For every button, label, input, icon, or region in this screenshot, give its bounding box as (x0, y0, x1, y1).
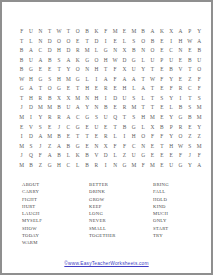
grid-cell: K (92, 27, 101, 37)
grid-cell: A (26, 84, 35, 94)
grid-cell: N (176, 46, 185, 56)
word-list-item: HURT (22, 203, 42, 210)
grid-cell: P (157, 56, 166, 66)
grid-cell: F (176, 151, 185, 161)
word-list-item: LONG (89, 210, 116, 217)
grid-cell: G (82, 113, 91, 123)
grid-cell: Z (120, 151, 129, 161)
grid-cell: U (195, 56, 204, 66)
grid-cell: E (64, 132, 73, 142)
grid-cell: B (101, 103, 110, 113)
grid-cell: F (110, 65, 119, 75)
grid-cell: S (26, 142, 35, 152)
grid-cell: G (73, 75, 82, 85)
grid-cell: E (185, 46, 194, 56)
grid-cell: H (54, 46, 63, 56)
grid-cell: L (64, 151, 73, 161)
word-list-item: LAUGH (22, 210, 42, 217)
footer: ©www.EasyTeacherWorksheets.com (2, 251, 211, 269)
grid-cell: G (176, 161, 185, 171)
grid-cell: M (17, 161, 26, 171)
grid-cell: Y (167, 75, 176, 85)
word-list-column-3: BRINGFALLHOLDKINDMUCHONLYSTARTTRY (153, 181, 169, 239)
grid-cell: W (148, 75, 157, 85)
grid-cell: B (17, 46, 26, 56)
word-list: ABOUTCARRYFIGHTHURTLAUGHMYSELFSHOWTODAYW… (2, 181, 213, 247)
grid-cell: V (92, 151, 101, 161)
grid-cell: G (176, 113, 185, 123)
grid-cell: F (195, 151, 204, 161)
grid-cell: E (45, 122, 54, 132)
grid-cell: S (185, 142, 194, 152)
grid-cell: Q (26, 151, 35, 161)
grid-cell: X (64, 94, 73, 104)
grid-cell: U (26, 27, 35, 37)
grid-cell: C (129, 142, 138, 152)
grid-cell: Z (45, 142, 54, 152)
grid-cell: H (176, 37, 185, 47)
grid-cell: M (129, 161, 138, 171)
grid-cell: G (73, 142, 82, 152)
grid-cell: Y (82, 103, 91, 113)
grid-cell: E (157, 103, 166, 113)
grid-cell: A (64, 56, 73, 66)
grid-cell: E (36, 65, 45, 75)
grid-cell: I (120, 132, 129, 142)
grid-cell: H (26, 75, 35, 85)
grid-cell: Y (185, 161, 194, 171)
grid-cell: I (101, 94, 110, 104)
grid-cell: G (36, 75, 45, 85)
grid-cell: G (26, 65, 35, 75)
grid-cell: I (92, 75, 101, 85)
word-list-item: KIND (153, 203, 169, 210)
grid-cell: E (82, 142, 91, 152)
word-list-item: KEEP (89, 203, 116, 210)
grid-cell: L (92, 46, 101, 56)
grid-cell: B (157, 122, 166, 132)
grid-cell: G (129, 122, 138, 132)
grid-cell: D (92, 37, 101, 47)
grid-cell: F (195, 75, 204, 85)
grid-cell: T (101, 65, 110, 75)
grid-cell: U (101, 113, 110, 123)
grid-cell: T (138, 103, 147, 113)
grid-cell: A (36, 132, 45, 142)
grid-cell: T (148, 84, 157, 94)
grid-cell: J (54, 122, 63, 132)
grid-cell: E (176, 56, 185, 66)
grid-cell: N (36, 37, 45, 47)
grid-cell: Z (195, 132, 204, 142)
word-list-item: FIGHT (22, 196, 42, 203)
grid-cell: E (148, 142, 157, 152)
grid-cell: G (101, 46, 110, 56)
grid-cell: F (148, 132, 157, 142)
grid-cell: E (157, 161, 166, 171)
grid-cell: B (45, 56, 54, 66)
grid-cell: L (110, 151, 119, 161)
grid-cell: S (129, 94, 138, 104)
grid-cell: V (26, 122, 35, 132)
grid-cell: M (195, 103, 204, 113)
grid-cell: Y (167, 94, 176, 104)
grid-cell: G (17, 84, 26, 94)
grid-cell: E (167, 151, 176, 161)
grid-cell: T (148, 94, 157, 104)
grid-cell: K (73, 56, 82, 66)
grid-cell: E (101, 122, 110, 132)
grid-cell: B (195, 46, 204, 56)
grid-cell: I (101, 161, 110, 171)
grid-cell: T (54, 65, 63, 75)
grid-cell: O (195, 65, 204, 75)
grid-cell: F (17, 27, 26, 37)
grid-cell: E (92, 84, 101, 94)
grid-cell: B (148, 37, 157, 47)
grid-cell: I (26, 113, 35, 123)
grid-cell: Y (36, 113, 45, 123)
grid-cell: F (157, 75, 166, 85)
grid-cell: B (54, 132, 63, 142)
grid-cell: J (36, 142, 45, 152)
grid-cell: E (45, 65, 54, 75)
grid-cell: E (110, 84, 119, 94)
word-list-item: FALL (153, 188, 169, 195)
word-search-grid: FUNTWTOBKFMEMBAKXAPYTLNDOOETDIELSOBEIHWA… (17, 27, 204, 170)
grid-cell: H (167, 142, 176, 152)
grid-cell: L (120, 37, 129, 47)
grid-cell: L (138, 94, 147, 104)
grid-cell: H (54, 75, 63, 85)
grid-cell: C (167, 46, 176, 56)
grid-cell: D (45, 46, 54, 56)
grid-cell: R (45, 113, 54, 123)
word-list-item: START (153, 225, 169, 232)
grid-cell: I (176, 94, 185, 104)
grid-cell: B (185, 113, 194, 123)
grid-cell: F (195, 84, 204, 94)
word-list-item: SHOW (22, 225, 42, 232)
grid-cell: E (157, 46, 166, 56)
grid-cell: O (54, 37, 63, 47)
grid-cell: B (176, 103, 185, 113)
grid-cell: M (82, 46, 91, 56)
word-list-item: TRY (153, 232, 169, 239)
grid-cell: J (185, 151, 194, 161)
grid-cell: H (92, 65, 101, 75)
grid-cell: B (54, 103, 63, 113)
grid-cell: M (17, 142, 26, 152)
grid-cell: M (17, 113, 26, 123)
grid-cell: W (185, 37, 194, 47)
grid-cell: L (82, 75, 91, 85)
grid-cell: E (82, 122, 91, 132)
grid-cell: M (45, 103, 54, 113)
word-list-item: ONLY (153, 217, 169, 224)
grid-cell: Z (185, 132, 194, 142)
grid-cell: R (73, 46, 82, 56)
grid-cell: T (64, 27, 73, 37)
grid-cell: Y (195, 122, 204, 132)
grid-cell: I (101, 37, 110, 47)
grid-cell: G (82, 56, 91, 66)
grid-cell: R (101, 84, 110, 94)
grid-cell: T (185, 94, 194, 104)
grid-cell: N (110, 161, 119, 171)
grid-cell: R (36, 94, 45, 104)
grid-cell: E (176, 75, 185, 85)
word-list-item: SMALL (89, 225, 116, 232)
grid-cell: U (64, 103, 73, 113)
word-list-item: ABOUT (22, 181, 42, 188)
grid-cell: E (110, 37, 119, 47)
grid-cell: F (120, 142, 129, 152)
grid-cell: G (120, 161, 129, 171)
grid-cell: U (167, 56, 176, 66)
grid-cell: W (17, 75, 26, 85)
grid-cell: R (101, 132, 110, 142)
grid-cell: H (54, 161, 63, 171)
grid-cell: T (120, 113, 129, 123)
grid-cell: F (110, 75, 119, 85)
grid-cell: J (17, 151, 26, 161)
grid-cell: E (148, 151, 157, 161)
grid-cell: H (101, 56, 110, 66)
grid-cell: O (138, 37, 147, 47)
grid-cell: T (138, 75, 147, 85)
grid-cell: O (176, 132, 185, 142)
grid-cell: H (120, 84, 129, 94)
grid-cell: D (110, 94, 119, 104)
grid-cell: T (73, 132, 82, 142)
grid-cell: T (73, 84, 82, 94)
grid-cell: G (138, 151, 147, 161)
grid-cell: S (185, 103, 194, 113)
grid-cell: A (120, 75, 129, 85)
grid-cell: R (92, 161, 101, 171)
grid-cell: U (120, 94, 129, 104)
grid-cell: U (129, 151, 138, 161)
grid-cell: E (157, 84, 166, 94)
grid-cell: N (82, 94, 91, 104)
grid-cell: U (26, 56, 35, 66)
grid-cell: A (195, 161, 204, 171)
grid-cell: C (64, 161, 73, 171)
grid-cell: H (26, 94, 35, 104)
grid-cell: D (26, 103, 35, 113)
grid-cell: B (45, 94, 54, 104)
word-list-item: DRINK (89, 188, 116, 195)
grid-cell: B (167, 65, 176, 75)
grid-cell: F (167, 84, 176, 94)
grid-cell: O (73, 65, 82, 75)
grid-cell: B (82, 27, 91, 37)
grid-cell: Z (185, 75, 194, 85)
grid-cell: A (148, 27, 157, 37)
grid-cell: N (36, 27, 45, 37)
grid-cell: T (157, 142, 166, 152)
grid-cell: P (167, 122, 176, 132)
grid-cell: O (64, 37, 73, 47)
grid-cell: I (17, 132, 26, 142)
word-list-column-2: BETTERDRINKGROWKEEPLONGNEVERSMALLTOGETHE… (89, 181, 116, 239)
grid-cell: A (73, 103, 82, 113)
grid-cell: T (148, 103, 157, 113)
grid-cell: N (82, 65, 91, 75)
grid-cell: Y (167, 132, 176, 142)
word-list-item: TOGETHER (89, 232, 116, 239)
word-list-item: WARM (22, 239, 42, 246)
grid-cell: O (148, 46, 157, 56)
grid-cell: A (54, 142, 63, 152)
word-list-item: TODAY (22, 232, 42, 239)
grid-cell: G (73, 122, 82, 132)
grid-cell: D (101, 151, 110, 161)
grid-cell: B (82, 151, 91, 161)
grid-cell: C (73, 113, 82, 123)
grid-cell: O (138, 132, 147, 142)
grid-cell: S (129, 113, 138, 123)
grid-cell: Y (167, 113, 176, 123)
grid-cell: B (138, 27, 147, 37)
grid-cell: V (176, 65, 185, 75)
grid-cell: F (138, 161, 147, 171)
grid-cell: T (110, 122, 119, 132)
word-list-item: MUCH (153, 210, 169, 217)
grid-cell: R (176, 84, 185, 94)
grid-cell: H (129, 132, 138, 142)
grid-cell: X (120, 46, 129, 56)
grid-cell: Y (195, 27, 204, 37)
grid-cell: S (129, 37, 138, 47)
grid-cell: F (110, 142, 119, 152)
word-list-column-1: ABOUTCARRYFIGHTHURTLAUGHMYSELFSHOWTODAYW… (22, 181, 42, 247)
grid-cell: E (120, 27, 129, 37)
grid-cell: M (73, 94, 82, 104)
grid-cell: Y (64, 65, 73, 75)
grid-cell: D (26, 132, 35, 142)
grid-cell: X (167, 27, 176, 37)
grid-cell: W (54, 27, 63, 37)
grid-cell: E (157, 65, 166, 75)
website-link[interactable]: ©www.EasyTeacherWorksheets.com (64, 261, 148, 266)
grid-cell: U (148, 56, 157, 66)
grid-cell: E (157, 151, 166, 161)
grid-cell: M (195, 113, 204, 123)
grid-cell: A (195, 37, 204, 47)
grid-cell: M (195, 142, 204, 152)
grid-cell: B (54, 151, 63, 161)
grid-cell: T (17, 94, 26, 104)
grid-cell: M (64, 75, 73, 85)
grid-cell: A (176, 27, 185, 37)
grid-cell: M (148, 113, 157, 123)
grid-cell: R (120, 103, 129, 113)
grid-cell: B (64, 142, 73, 152)
grid-cell: G (54, 84, 63, 94)
grid-cell: H (138, 113, 147, 123)
word-list-item: NEVER (89, 217, 116, 224)
grid-cell: E (157, 113, 166, 123)
grid-cell: A (64, 113, 73, 123)
grid-cell: S (54, 56, 63, 66)
grid-cell: M (129, 103, 138, 113)
grid-cell: X (54, 94, 63, 104)
grid-cell: S (36, 122, 45, 132)
grid-cell: A (138, 84, 147, 94)
grid-cell: K (73, 151, 82, 161)
grid-cell: W (176, 142, 185, 152)
grid-cell: U (92, 122, 101, 132)
grid-cell: C (185, 84, 194, 94)
grid-cell: S (92, 113, 101, 123)
word-list-item: BETTER (89, 181, 116, 188)
grid-cell: N (138, 142, 147, 152)
grid-cell: F (157, 132, 166, 142)
grid-cell: T (17, 37, 26, 47)
grid-cell: W (110, 56, 119, 66)
grid-cell: E (110, 103, 119, 113)
grid-cell: R (54, 113, 63, 123)
grid-cell: R (176, 122, 185, 132)
grid-cell: Q (110, 113, 119, 123)
grid-cell: E (92, 132, 101, 142)
grid-cell: H (82, 84, 91, 94)
grid-cell: B (129, 46, 138, 56)
grid-cell: U (167, 161, 176, 171)
word-list-item: BRING (153, 181, 169, 188)
grid-cell: C (64, 122, 73, 132)
grid-cell: E (17, 122, 26, 132)
grid-cell: Y (138, 65, 147, 75)
grid-cell: A (129, 75, 138, 85)
grid-cell: O (92, 56, 101, 66)
grid-cell: K (157, 27, 166, 37)
grid-cell: N (92, 142, 101, 152)
grid-cell: H (92, 94, 101, 104)
grid-cell: S (195, 94, 204, 104)
grid-cell: G (45, 161, 54, 171)
grid-cell: G (129, 56, 138, 66)
word-list-item: GROW (89, 196, 116, 203)
grid-cell: X (148, 122, 157, 132)
word-list-item: MYSELF (22, 217, 42, 224)
grid-cell: N (110, 46, 119, 56)
grid-cell: M (148, 161, 157, 171)
grid-cell: C (36, 46, 45, 56)
grid-cell: D (120, 56, 129, 66)
grid-cell: B (17, 56, 26, 66)
grid-cell: B (17, 65, 26, 75)
grid-cell: M (110, 27, 119, 37)
grid-cell: E (73, 37, 82, 47)
grid-cell: T (82, 37, 91, 47)
grid-cell: O (73, 27, 82, 37)
grid-cell: X (120, 65, 129, 75)
grid-cell: S (45, 75, 54, 85)
grid-cell: D (64, 46, 73, 56)
grid-cell: T (148, 65, 157, 75)
grid-cell: I (167, 37, 176, 47)
grid-cell: L (129, 84, 138, 94)
grid-cell: O (45, 84, 54, 94)
grid-cell: S (157, 94, 166, 104)
grid-cell: J (17, 103, 26, 113)
grid-cell: B (120, 122, 129, 132)
grid-cell: X (101, 142, 110, 152)
grid-cell: A (45, 151, 54, 161)
